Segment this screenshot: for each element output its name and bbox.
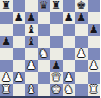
square-d7[interactable] <box>38 12 51 24</box>
piece-white-pawn[interactable]: ♟ <box>14 72 24 84</box>
piece-white-knight[interactable]: ♞ <box>39 48 49 60</box>
piece-black-pawn[interactable]: ♟ <box>26 12 36 24</box>
square-d3[interactable] <box>38 60 51 72</box>
square-g4[interactable]: ♟ <box>75 48 88 60</box>
piece-black-pawn[interactable]: ♟ <box>51 60 61 72</box>
square-d6[interactable] <box>38 24 51 36</box>
square-b4[interactable] <box>13 48 26 60</box>
piece-white-king[interactable]: ♚ <box>51 84 61 96</box>
piece-black-pawn[interactable]: ♟ <box>1 36 11 48</box>
square-f5[interactable] <box>63 36 76 48</box>
square-f4[interactable] <box>63 48 76 60</box>
square-b5[interactable] <box>13 36 26 48</box>
square-b3[interactable] <box>13 60 26 72</box>
square-g7[interactable]: ♟ <box>75 12 88 24</box>
piece-white-bishop[interactable]: ♝ <box>26 84 36 96</box>
piece-black-pawn[interactable]: ♟ <box>64 12 74 24</box>
piece-black-pawn[interactable]: ♟ <box>89 24 99 36</box>
piece-black-pawn[interactable]: ♟ <box>76 12 86 24</box>
square-a7[interactable] <box>0 12 13 24</box>
square-d5[interactable] <box>38 36 51 48</box>
piece-white-knight[interactable]: ♞ <box>64 84 74 96</box>
square-a5[interactable]: ♟ <box>0 36 13 48</box>
square-h3[interactable]: ♟ <box>88 60 101 72</box>
square-e6[interactable] <box>50 24 63 36</box>
square-h7[interactable] <box>88 12 101 24</box>
square-e8[interactable]: ♜ <box>50 0 63 12</box>
square-f2[interactable]: ♟ <box>63 72 76 84</box>
square-a1[interactable]: ♜ <box>0 84 13 96</box>
square-h4[interactable] <box>88 48 101 60</box>
square-c5[interactable]: ♝ <box>25 36 38 48</box>
square-c8[interactable] <box>25 0 38 12</box>
square-f7[interactable]: ♟ <box>63 12 76 24</box>
square-c2[interactable] <box>25 72 38 84</box>
piece-black-bishop[interactable]: ♝ <box>26 36 36 48</box>
square-f6[interactable] <box>63 24 76 36</box>
square-a2[interactable]: ♟ <box>0 72 13 84</box>
square-d4[interactable]: ♞ <box>38 48 51 60</box>
square-g5[interactable] <box>75 36 88 48</box>
square-b6[interactable] <box>13 24 26 36</box>
square-g1[interactable] <box>75 84 88 96</box>
piece-black-bishop[interactable]: ♝ <box>26 24 36 36</box>
square-d8[interactable]: ♛ <box>38 0 51 12</box>
square-f8[interactable] <box>63 0 76 12</box>
square-b1[interactable] <box>13 84 26 96</box>
piece-white-pawn[interactable]: ♟ <box>26 60 36 72</box>
square-c4[interactable] <box>25 48 38 60</box>
square-c6[interactable]: ♝ <box>25 24 38 36</box>
square-c1[interactable]: ♝ <box>25 84 38 96</box>
square-c3[interactable]: ♟ <box>25 60 38 72</box>
square-f1[interactable]: ♞ <box>63 84 76 96</box>
piece-black-king[interactable]: ♚ <box>76 0 86 12</box>
square-e7[interactable] <box>50 12 63 24</box>
square-e4[interactable] <box>50 48 63 60</box>
square-a4[interactable] <box>0 48 13 60</box>
square-c7[interactable]: ♟ <box>25 12 38 24</box>
square-d1[interactable] <box>38 84 51 96</box>
piece-white-pawn[interactable]: ♟ <box>64 72 74 84</box>
piece-black-rook[interactable]: ♜ <box>51 0 61 12</box>
square-b8[interactable] <box>13 0 26 12</box>
piece-white-rook[interactable]: ♜ <box>1 84 11 96</box>
piece-black-queen[interactable]: ♛ <box>39 0 49 12</box>
piece-white-rook[interactable]: ♜ <box>89 84 99 96</box>
square-b2[interactable]: ♟ <box>13 72 26 84</box>
piece-white-pawn[interactable]: ♟ <box>76 48 86 60</box>
square-g2[interactable] <box>75 72 88 84</box>
square-a3[interactable] <box>0 60 13 72</box>
square-e5[interactable] <box>50 36 63 48</box>
square-h8[interactable] <box>88 0 101 12</box>
square-b7[interactable]: ♟ <box>13 12 26 24</box>
square-h2[interactable] <box>88 72 101 84</box>
square-e1[interactable]: ♚ <box>50 84 63 96</box>
square-h1[interactable]: ♜ <box>88 84 101 96</box>
square-d2[interactable] <box>38 72 51 84</box>
piece-black-rook[interactable]: ♜ <box>1 0 11 12</box>
square-g6[interactable] <box>75 24 88 36</box>
piece-white-pawn[interactable]: ♟ <box>1 72 11 84</box>
piece-white-pawn[interactable]: ♟ <box>89 60 99 72</box>
square-h5[interactable] <box>88 36 101 48</box>
piece-black-pawn[interactable]: ♟ <box>14 12 24 24</box>
square-e2[interactable]: ♛ <box>50 72 63 84</box>
square-f3[interactable] <box>63 60 76 72</box>
square-a6[interactable] <box>0 24 13 36</box>
piece-white-queen[interactable]: ♛ <box>51 72 61 84</box>
square-a8[interactable]: ♜ <box>0 0 13 12</box>
square-g8[interactable]: ♚ <box>75 0 88 12</box>
chess-board: ♜♛♜♚♟♟♟♟♝♟♟♝♞♟♟♟♟♟♟♛♟♜♝♚♞♜ <box>0 0 100 98</box>
square-e3[interactable]: ♟ <box>50 60 63 72</box>
chess-diagram: ♜♛♜♚♟♟♟♟♝♟♟♝♞♟♟♟♟♟♟♛♟♜♝♚♞♜ <box>0 0 100 98</box>
square-g3[interactable] <box>75 60 88 72</box>
square-h6[interactable]: ♟ <box>88 24 101 36</box>
